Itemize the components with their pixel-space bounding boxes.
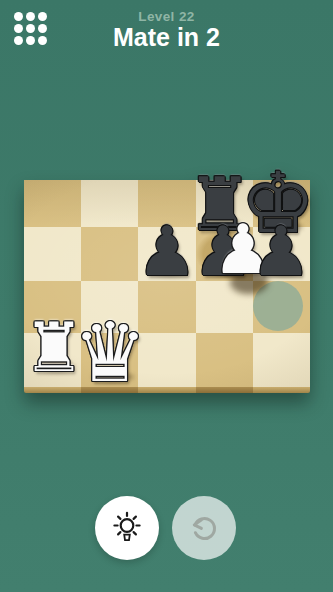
undo-arrow-icon	[187, 511, 221, 545]
lightbulb-icon	[109, 510, 145, 546]
board-squares: ♜♚♟♟♟♟♜♛	[24, 180, 310, 387]
undo-button[interactable]	[172, 496, 236, 560]
piece-white-queen-b1[interactable]: ♛	[65, 312, 155, 394]
piece-black-pawn-e3[interactable]: ♟	[236, 218, 326, 286]
hint-button[interactable]	[95, 496, 159, 560]
app-screen: Level 22 Mate in 2 ♜♚♟♟♟♟♜♛	[0, 0, 333, 592]
chess-board: ♜♚♟♟♟♟♜♛	[24, 180, 310, 393]
square-e1[interactable]	[253, 333, 310, 387]
puzzle-title: Mate in 2	[0, 23, 333, 52]
square-a4[interactable]	[24, 180, 81, 227]
square-d1[interactable]	[196, 333, 253, 387]
square-a3[interactable]	[24, 227, 81, 281]
level-label: Level 22	[0, 9, 333, 24]
